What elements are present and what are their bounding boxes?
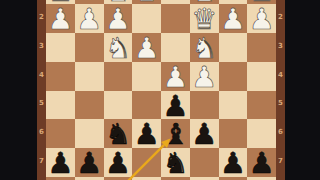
square-b7[interactable]: ♟ — [219, 148, 248, 177]
square-d3[interactable] — [161, 33, 190, 62]
square-c4[interactable]: ♟ — [190, 62, 219, 91]
piece-bP-h7: ♟ — [46, 148, 75, 177]
square-h7[interactable]: ♟ — [46, 148, 75, 177]
piece-wP-e3: ♟ — [132, 33, 161, 62]
piece-bP-g7: ♟ — [75, 148, 104, 177]
square-h6[interactable] — [46, 119, 75, 148]
piece-wN-f3: ♞ — [104, 33, 133, 62]
square-a5[interactable] — [247, 91, 276, 120]
square-e6[interactable]: ♟ — [132, 119, 161, 148]
square-h4[interactable] — [46, 62, 75, 91]
chess-board-screen: 12345678 12345678 ♜♝♚♝♜♟♟♟♛♟♟♞♟♞♟♟♟♞♟♝♟♟… — [0, 0, 320, 180]
square-c5[interactable] — [190, 91, 219, 120]
square-e5[interactable] — [132, 91, 161, 120]
rank-label-4-left: 4 — [37, 70, 46, 79]
piece-wP-c4: ♟ — [190, 62, 219, 91]
rank-label-2-right: 2 — [276, 13, 285, 22]
square-a6[interactable] — [247, 119, 276, 148]
piece-bP-e6: ♟ — [132, 119, 161, 148]
square-e2[interactable] — [132, 4, 161, 33]
rank-label-4-right: 4 — [276, 70, 285, 79]
rank-labels-left-strip: 12345678 — [37, 0, 46, 180]
square-g3[interactable] — [75, 33, 104, 62]
piece-wN-c3: ♞ — [190, 33, 219, 62]
square-g5[interactable] — [75, 91, 104, 120]
square-g8[interactable] — [75, 177, 104, 180]
piece-bP-f7: ♟ — [104, 148, 133, 177]
square-d4[interactable]: ♟ — [161, 62, 190, 91]
square-f4[interactable] — [104, 62, 133, 91]
piece-wP-b2: ♟ — [219, 4, 248, 33]
piece-wP-d4: ♟ — [161, 62, 190, 91]
square-f7[interactable]: ♟ — [104, 148, 133, 177]
square-c8[interactable]: ♝ — [190, 177, 219, 180]
piece-bP-c6: ♟ — [190, 119, 219, 148]
piece-bN-f6: ♞ — [104, 119, 133, 148]
piece-bK-e8: ♚ — [132, 177, 161, 180]
rank-label-6-right: 6 — [276, 128, 285, 137]
square-e4[interactable] — [132, 62, 161, 91]
piece-wP-h2: ♟ — [46, 4, 75, 33]
square-h3[interactable] — [46, 33, 75, 62]
square-e8[interactable]: ♚ — [132, 177, 161, 180]
piece-wP-g2: ♟ — [75, 4, 104, 33]
square-c7[interactable] — [190, 148, 219, 177]
rank-label-3-left: 3 — [37, 41, 46, 50]
piece-bP-d5: ♟ — [161, 91, 190, 120]
square-b2[interactable]: ♟ — [219, 4, 248, 33]
square-f8[interactable] — [104, 177, 133, 180]
square-h8[interactable]: ♜ — [46, 177, 75, 180]
square-e7[interactable] — [132, 148, 161, 177]
square-d6[interactable]: ♝ — [161, 119, 190, 148]
piece-bN-d7: ♞ — [161, 148, 190, 177]
square-g6[interactable] — [75, 119, 104, 148]
rank-label-2-left: 2 — [37, 13, 46, 22]
square-g2[interactable]: ♟ — [75, 4, 104, 33]
rank-label-6-left: 6 — [37, 128, 46, 137]
square-g7[interactable]: ♟ — [75, 148, 104, 177]
square-b8[interactable] — [219, 177, 248, 180]
piece-bR-h8: ♜ — [46, 177, 75, 180]
square-h2[interactable]: ♟ — [46, 4, 75, 33]
piece-bQ-d8: ♛ — [161, 177, 190, 180]
square-f5[interactable] — [104, 91, 133, 120]
square-c6[interactable]: ♟ — [190, 119, 219, 148]
square-b5[interactable] — [219, 91, 248, 120]
piece-bP-a7: ♟ — [247, 148, 276, 177]
rank-label-5-left: 5 — [37, 99, 46, 108]
chess-board: ♜♝♚♝♜♟♟♟♛♟♟♞♟♞♟♟♟♞♟♝♟♟♟♟♞♟♟♜♚♛♝♜ — [46, 0, 276, 180]
square-a8[interactable]: ♜ — [247, 177, 276, 180]
square-f2[interactable]: ♟ — [104, 4, 133, 33]
rank-label-7-right: 7 — [276, 156, 285, 165]
square-g4[interactable] — [75, 62, 104, 91]
square-b6[interactable] — [219, 119, 248, 148]
rank-label-3-right: 3 — [276, 41, 285, 50]
piece-bB-d6: ♝ — [161, 119, 190, 148]
square-c3[interactable]: ♞ — [190, 33, 219, 62]
piece-wQ-c2: ♛ — [190, 4, 219, 33]
square-a2[interactable]: ♟ — [247, 4, 276, 33]
square-d8[interactable]: ♛ — [161, 177, 190, 180]
square-a3[interactable] — [247, 33, 276, 62]
piece-bR-a8: ♜ — [247, 177, 276, 180]
piece-wP-f2: ♟ — [104, 4, 133, 33]
rank-label-7-left: 7 — [37, 156, 46, 165]
rank-labels-right-strip: 12345678 — [276, 0, 285, 180]
square-a7[interactable]: ♟ — [247, 148, 276, 177]
rank-label-5-right: 5 — [276, 99, 285, 108]
piece-bP-b7: ♟ — [219, 148, 248, 177]
square-f6[interactable]: ♞ — [104, 119, 133, 148]
square-c2[interactable]: ♛ — [190, 4, 219, 33]
square-f3[interactable]: ♞ — [104, 33, 133, 62]
piece-bB-c8: ♝ — [190, 177, 219, 180]
square-d2[interactable] — [161, 4, 190, 33]
square-a4[interactable] — [247, 62, 276, 91]
square-b4[interactable] — [219, 62, 248, 91]
square-d5[interactable]: ♟ — [161, 91, 190, 120]
square-d7[interactable]: ♞ — [161, 148, 190, 177]
square-e3[interactable]: ♟ — [132, 33, 161, 62]
square-b3[interactable] — [219, 33, 248, 62]
square-h5[interactable] — [46, 91, 75, 120]
piece-wP-a2: ♟ — [247, 4, 276, 33]
